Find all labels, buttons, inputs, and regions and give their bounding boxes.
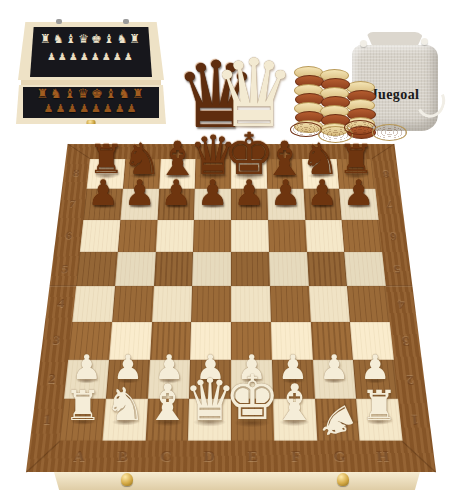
square-h1: [356, 399, 402, 441]
file-label-a: A: [56, 441, 102, 472]
square-b7: [120, 189, 159, 220]
file-label-g: G: [317, 441, 362, 472]
rank-label-left-6: 6: [54, 220, 83, 252]
drawstring-cord-icon: [421, 38, 428, 45]
square-b5: [115, 252, 156, 286]
square-c3: [150, 322, 192, 360]
rank-label-left-5: 5: [50, 252, 80, 286]
square-b4: [112, 286, 154, 322]
square-a5: [76, 252, 117, 286]
square-c2: [147, 359, 190, 399]
box-hinge: [21, 80, 161, 85]
square-d5: [192, 252, 231, 286]
rank-label-right-2: 2: [394, 359, 427, 399]
file-label-c: C: [144, 441, 189, 472]
square-a6: [80, 220, 120, 252]
square-d8: [195, 159, 231, 189]
square-f3: [271, 322, 313, 360]
rank-label-left-3: 3: [40, 322, 72, 360]
square-c7: [157, 189, 195, 220]
square-a4: [72, 286, 115, 322]
rank-label-right-7: 7: [375, 189, 404, 220]
display-light-queen: ♛: [212, 47, 296, 141]
square-g4: [308, 286, 350, 322]
rank-label-right-8: 8: [372, 159, 400, 189]
chess-board: 8877665544332211ABCDEFGH: [26, 144, 436, 472]
square-b1: [102, 399, 147, 441]
square-c5: [154, 252, 194, 286]
square-c8: [159, 159, 196, 189]
rank-label-right-1: 1: [398, 399, 432, 441]
square-a7: [83, 189, 122, 220]
square-a1: [59, 399, 105, 441]
brass-clasp-icon: [121, 473, 133, 486]
file-label-b: B: [100, 441, 145, 472]
square-b2: [106, 359, 150, 399]
storage-box: ♜♞♝♛♚♝♞♜ ♟♟♟♟♟♟♟♟ ♜♞♝♛♚♝♞♜ ♟♟♟♟♟♟♟♟: [18, 22, 164, 124]
rank-label-right-4: 4: [386, 286, 417, 322]
square-e7: [231, 189, 268, 220]
square-e5: [231, 252, 270, 286]
square-d2: [189, 359, 231, 399]
square-c1: [145, 399, 189, 441]
box-latch-icon: [123, 19, 129, 24]
square-f6: [268, 220, 307, 252]
square-d1: [188, 399, 231, 441]
square-g8: [302, 159, 340, 189]
square-f4: [270, 286, 311, 322]
file-label-d: D: [187, 441, 231, 472]
box-base-felt: ♜♞♝♛♚♝♞♜ ♟♟♟♟♟♟♟♟: [23, 87, 159, 118]
storage-box-base: ♜♞♝♛♚♝♞♜ ♟♟♟♟♟♟♟♟: [16, 85, 166, 124]
box-lid-felt: ♜♞♝♛♚♝♞♜ ♟♟♟♟♟♟♟♟: [30, 27, 152, 77]
square-g6: [305, 220, 345, 252]
box-light-pawns-row: ♟♟♟♟♟♟♟♟: [30, 52, 152, 62]
folded-box-edge: [54, 472, 420, 490]
square-h4: [347, 286, 390, 322]
box-light-pieces-row: ♜♞♝♛♚♝♞♜: [30, 33, 152, 45]
square-a8: [87, 159, 125, 189]
product-photo: ♜♞♝♛♚♝♞♜ ♟♟♟♟♟♟♟♟ ♜♞♝♛♚♝♞♜ ♟♟♟♟♟♟♟♟ ♛ ♛ …: [0, 0, 461, 500]
square-h7: [339, 189, 378, 220]
rank-label-right-6: 6: [379, 220, 408, 252]
square-b6: [118, 220, 158, 252]
square-d3: [190, 322, 231, 360]
rank-label-left-8: 8: [62, 159, 90, 189]
square-g3: [310, 322, 353, 360]
square-e1: [231, 399, 274, 441]
square-d6: [193, 220, 231, 252]
square-g7: [303, 189, 342, 220]
board-frame: [160, 144, 196, 159]
rank-label-left-2: 2: [35, 359, 68, 399]
brass-clasp-icon: [337, 473, 349, 486]
square-f2: [272, 359, 315, 399]
square-e2: [231, 359, 273, 399]
file-label-e: E: [231, 441, 275, 472]
board-frame: [336, 144, 372, 159]
rank-label-right-5: 5: [382, 252, 412, 286]
rank-label-left-7: 7: [58, 189, 87, 220]
square-d4: [191, 286, 231, 322]
box-dark-pawns-row: ♟♟♟♟♟♟♟♟: [23, 103, 159, 114]
board-frame: [266, 144, 302, 159]
square-f7: [267, 189, 305, 220]
square-e3: [231, 322, 272, 360]
square-g2: [312, 359, 356, 399]
checkers-group: [288, 50, 404, 138]
square-h5: [344, 252, 385, 286]
square-h2: [353, 359, 398, 399]
board-frame: [231, 144, 266, 159]
box-latch-icon: [56, 19, 62, 24]
square-d7: [194, 189, 231, 220]
rank-label-right-3: 3: [390, 322, 422, 360]
square-e8: [231, 159, 267, 189]
storage-box-lid: ♜♞♝♛♚♝♞♜ ♟♟♟♟♟♟♟♟: [18, 22, 164, 80]
box-clasp-icon: [87, 120, 96, 126]
square-b8: [123, 159, 161, 189]
board-frame: [301, 144, 337, 159]
board-frame: [125, 144, 161, 159]
square-h6: [342, 220, 382, 252]
square-a3: [68, 322, 112, 360]
square-b3: [109, 322, 152, 360]
file-label-f: F: [274, 441, 319, 472]
drawstring-cord-icon: [360, 40, 367, 47]
file-label-h: H: [360, 441, 406, 472]
square-a2: [64, 359, 109, 399]
rank-label-left-1: 1: [30, 399, 64, 441]
checker-light: [372, 124, 407, 141]
square-f1: [273, 399, 317, 441]
board-frame: [196, 144, 231, 159]
board-frame: [90, 144, 126, 159]
square-f5: [269, 252, 309, 286]
square-e6: [231, 220, 269, 252]
square-h3: [350, 322, 394, 360]
square-c4: [152, 286, 193, 322]
box-dark-pieces-row: ♜♞♝♛♚♝♞♜: [23, 87, 159, 100]
square-e4: [231, 286, 271, 322]
square-f8: [266, 159, 303, 189]
rank-label-left-4: 4: [45, 286, 76, 322]
square-g1: [315, 399, 360, 441]
square-h8: [337, 159, 375, 189]
square-g5: [307, 252, 348, 286]
square-c6: [155, 220, 194, 252]
